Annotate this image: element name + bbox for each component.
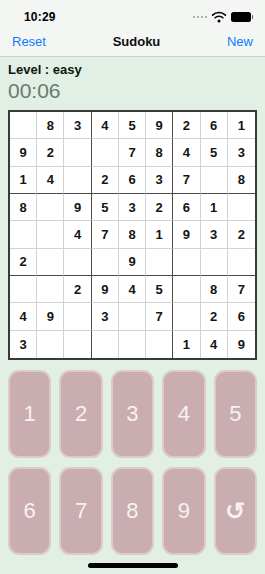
digit-button-4[interactable]: 4 (162, 370, 205, 458)
sudoku-cell-r4c3[interactable]: 9 (64, 194, 91, 221)
sudoku-cell-r8c9[interactable]: 6 (228, 303, 255, 330)
sudoku-cell-r1c7[interactable]: 2 (173, 112, 200, 139)
sudoku-cell-r2c7[interactable]: 4 (173, 139, 200, 166)
undo-button[interactable]: ↺ (214, 467, 257, 555)
sudoku-cell-r6c2[interactable] (37, 249, 64, 276)
sudoku-cell-r2c2[interactable]: 2 (37, 139, 64, 166)
status-bar: 10:29 (0, 0, 265, 30)
top-chrome: 10:29 Reset Sudoku New (0, 0, 265, 57)
sudoku-cell-r2c1[interactable]: 9 (10, 139, 37, 166)
sudoku-cell-r3c6[interactable]: 3 (146, 167, 173, 194)
sudoku-cell-r1c8[interactable]: 6 (201, 112, 228, 139)
sudoku-cell-r3c8[interactable] (201, 167, 228, 194)
sudoku-cell-r2c9[interactable]: 3 (228, 139, 255, 166)
digit-button-1[interactable]: 1 (8, 370, 51, 458)
sudoku-cell-r4c7[interactable]: 6 (173, 194, 200, 221)
sudoku-cell-r1c3[interactable]: 3 (64, 112, 91, 139)
sudoku-grid: 8345926192784531426378895326147819322929… (8, 110, 257, 360)
sudoku-cell-r8c7[interactable] (173, 303, 200, 330)
level-label: Level : easy (8, 62, 257, 77)
sudoku-cell-r5c8[interactable]: 3 (201, 221, 228, 248)
sudoku-cell-r5c5[interactable]: 8 (119, 221, 146, 248)
sudoku-cell-r5c4[interactable]: 7 (92, 221, 119, 248)
sudoku-cell-r5c2[interactable] (37, 221, 64, 248)
keypad-row-2: 6789↺ (8, 467, 257, 555)
sudoku-cell-r4c6[interactable]: 2 (146, 194, 173, 221)
sudoku-cell-r7c4[interactable]: 9 (92, 276, 119, 303)
sudoku-cell-r5c1[interactable] (10, 221, 37, 248)
sudoku-cell-r7c2[interactable] (37, 276, 64, 303)
sudoku-cell-r6c3[interactable] (64, 249, 91, 276)
sudoku-cell-r2c4[interactable] (92, 139, 119, 166)
sudoku-cell-r3c1[interactable]: 1 (10, 167, 37, 194)
sudoku-cell-r4c9[interactable] (228, 194, 255, 221)
sudoku-cell-r8c8[interactable]: 2 (201, 303, 228, 330)
battery-icon (231, 12, 254, 22)
sudoku-cell-r8c1[interactable]: 4 (10, 303, 37, 330)
sudoku-cell-r9c8[interactable]: 4 (201, 331, 228, 358)
sudoku-cell-r3c4[interactable]: 2 (92, 167, 119, 194)
sudoku-cell-r1c2[interactable]: 8 (37, 112, 64, 139)
sudoku-cell-r1c4[interactable]: 4 (92, 112, 119, 139)
sudoku-cell-r5c7[interactable]: 9 (173, 221, 200, 248)
sudoku-cell-r5c3[interactable]: 4 (64, 221, 91, 248)
digit-button-5[interactable]: 5 (214, 370, 257, 458)
sudoku-cell-r2c8[interactable]: 5 (201, 139, 228, 166)
cellular-signal-icon (193, 16, 207, 18)
sudoku-cell-r5c9[interactable]: 2 (228, 221, 255, 248)
status-icons (193, 11, 254, 23)
sudoku-cell-r8c4[interactable]: 3 (92, 303, 119, 330)
sudoku-cell-r1c1[interactable] (10, 112, 37, 139)
sudoku-cell-r6c1[interactable]: 2 (10, 249, 37, 276)
sudoku-cell-r3c5[interactable]: 6 (119, 167, 146, 194)
nav-bar: Reset Sudoku New (0, 30, 265, 56)
sudoku-cell-r9c4[interactable] (92, 331, 119, 358)
sudoku-cell-r4c8[interactable]: 1 (201, 194, 228, 221)
timer: 00:06 (8, 79, 257, 103)
sudoku-cell-r6c8[interactable] (201, 249, 228, 276)
new-button[interactable]: New (227, 34, 253, 49)
sudoku-cell-r4c1[interactable]: 8 (10, 194, 37, 221)
sudoku-cell-r4c2[interactable] (37, 194, 64, 221)
sudoku-cell-r5c6[interactable]: 1 (146, 221, 173, 248)
sudoku-cell-r8c3[interactable] (64, 303, 91, 330)
wifi-icon (211, 11, 227, 23)
sudoku-cell-r2c3[interactable] (64, 139, 91, 166)
sudoku-cell-r7c3[interactable]: 2 (64, 276, 91, 303)
sudoku-cell-r6c7[interactable] (173, 249, 200, 276)
sudoku-cell-r1c6[interactable]: 9 (146, 112, 173, 139)
sudoku-cell-r4c5[interactable]: 3 (119, 194, 146, 221)
keypad-row-1: 12345 (8, 370, 257, 458)
sudoku-cell-r7c6[interactable]: 5 (146, 276, 173, 303)
sudoku-cell-r3c3[interactable] (64, 167, 91, 194)
sudoku-cell-r3c7[interactable]: 7 (173, 167, 200, 194)
sudoku-cell-r7c8[interactable]: 8 (201, 276, 228, 303)
digit-button-7[interactable]: 7 (59, 467, 102, 555)
sudoku-cell-r9c7[interactable]: 1 (173, 331, 200, 358)
sudoku-cell-r9c3[interactable] (64, 331, 91, 358)
home-indicator[interactable] (88, 563, 178, 568)
sudoku-cell-r2c5[interactable]: 7 (119, 139, 146, 166)
main-content: Level : easy 00:06 834592619278453142637… (0, 57, 265, 555)
keypad: 12345 6789↺ (8, 370, 257, 555)
digit-button-6[interactable]: 6 (8, 467, 51, 555)
page-title: Sudoku (113, 34, 161, 49)
sudoku-cell-r6c9[interactable] (228, 249, 255, 276)
sudoku-cell-r1c5[interactable]: 5 (119, 112, 146, 139)
status-time: 10:29 (24, 10, 56, 24)
sudoku-cell-r7c7[interactable] (173, 276, 200, 303)
sudoku-cell-r9c2[interactable] (37, 331, 64, 358)
digit-button-9[interactable]: 9 (162, 467, 205, 555)
sudoku-cell-r6c4[interactable] (92, 249, 119, 276)
sudoku-cell-r9c1[interactable]: 3 (10, 331, 37, 358)
sudoku-cell-r4c4[interactable]: 5 (92, 194, 119, 221)
sudoku-cell-r9c5[interactable] (119, 331, 146, 358)
sudoku-cell-r7c5[interactable]: 4 (119, 276, 146, 303)
reset-button[interactable]: Reset (12, 34, 46, 49)
digit-button-3[interactable]: 3 (111, 370, 154, 458)
sudoku-cell-r6c5[interactable]: 9 (119, 249, 146, 276)
sudoku-cell-r6c6[interactable] (146, 249, 173, 276)
sudoku-cell-r9c6[interactable] (146, 331, 173, 358)
sudoku-cell-r2c6[interactable]: 8 (146, 139, 173, 166)
sudoku-cell-r3c9[interactable]: 8 (228, 167, 255, 194)
digit-button-2[interactable]: 2 (59, 370, 102, 458)
sudoku-cell-r3c2[interactable]: 4 (37, 167, 64, 194)
sudoku-cell-r9c9[interactable]: 9 (228, 331, 255, 358)
sudoku-cell-r8c5[interactable] (119, 303, 146, 330)
digit-button-8[interactable]: 8 (111, 467, 154, 555)
sudoku-cell-r7c1[interactable] (10, 276, 37, 303)
sudoku-cell-r7c9[interactable]: 7 (228, 276, 255, 303)
sudoku-cell-r8c6[interactable]: 7 (146, 303, 173, 330)
sudoku-cell-r8c2[interactable]: 9 (37, 303, 64, 330)
sudoku-cell-r1c9[interactable]: 1 (228, 112, 255, 139)
